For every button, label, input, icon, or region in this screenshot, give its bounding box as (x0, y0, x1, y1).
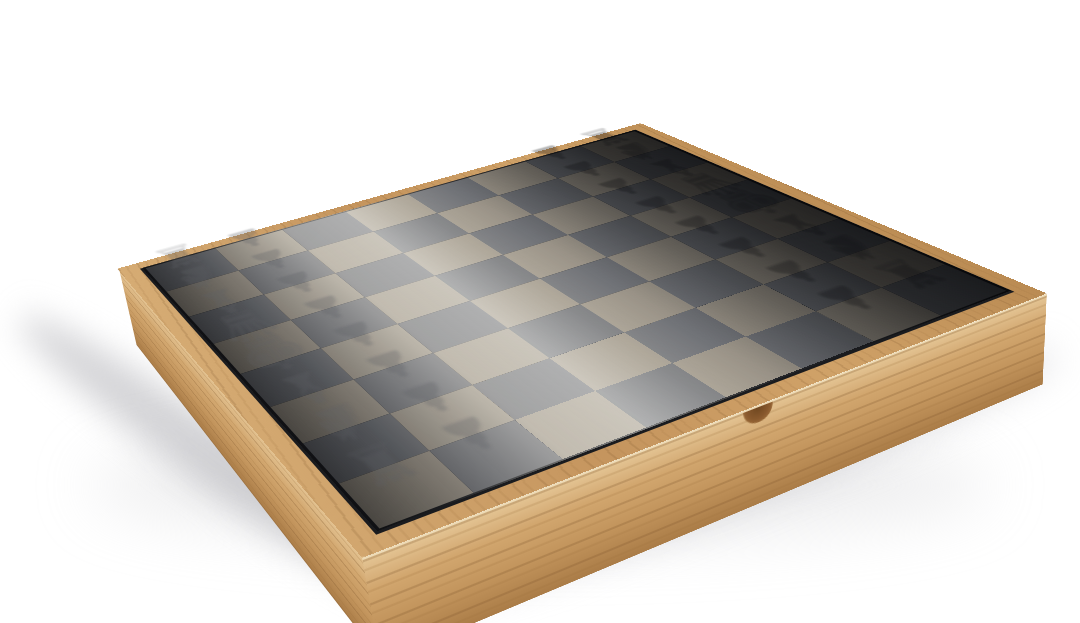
page: { "game": "chess", "position": { "fen": … (0, 0, 1080, 623)
square-h7: ♟♟ (815, 288, 941, 342)
chess-board: ♜♜♟♟♟♟♜♜♞♞♟♟♟♟♞♞♝♝♟♟♟♟♝♝♛♛♟♟♟♟♛♛♚♚♟♟♟♟♚♚… (146, 131, 1007, 528)
black-pawn: ♟ (807, 254, 945, 317)
drawer-finger-notch (743, 402, 773, 428)
wooden-chess-box: ♜♜♟♟♟♟♜♜♞♞♟♟♟♟♞♞♝♝♟♟♟♟♝♝♛♛♟♟♟♟♛♛♚♚♟♟♟♟♚♚… (117, 123, 1047, 558)
white-rook: ♜ (325, 409, 482, 492)
chess-set-product-photo: ♜♜♟♟♟♟♜♜♞♞♟♟♟♟♞♞♝♝♟♟♟♟♝♝♛♛♟♟♟♟♛♛♚♚♟♟♟♟♚♚… (0, 0, 1080, 623)
square-h1: ♜♜ (339, 451, 473, 529)
